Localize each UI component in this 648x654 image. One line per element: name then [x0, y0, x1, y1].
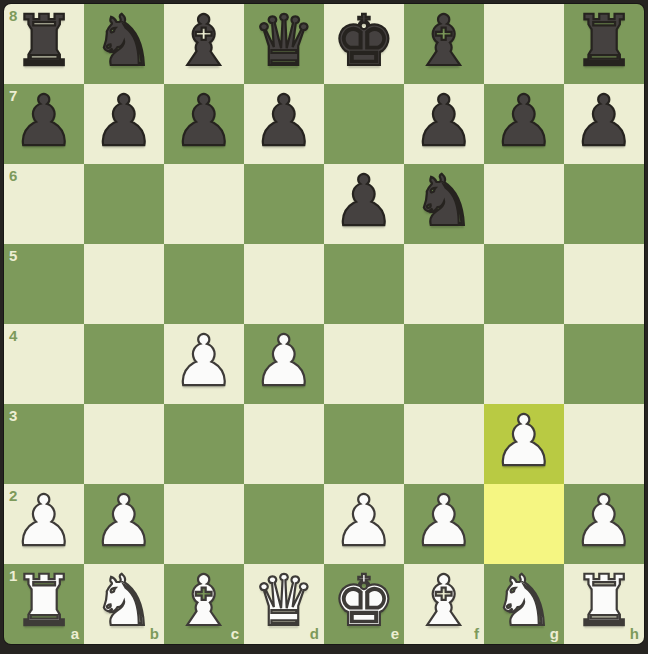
rank-label-6: 6	[9, 168, 17, 183]
square-f4[interactable]	[404, 324, 484, 404]
white-knight-g1[interactable]: ♞	[493, 566, 556, 636]
square-d7[interactable]: ♟	[244, 84, 324, 164]
rank-label-3: 3	[9, 408, 17, 423]
square-d8[interactable]: ♛	[244, 4, 324, 84]
black-pawn-d7[interactable]: ♟	[253, 86, 316, 156]
white-king-e1[interactable]: ♚	[333, 566, 396, 636]
square-b7[interactable]: ♟	[84, 84, 164, 164]
square-c7[interactable]: ♟	[164, 84, 244, 164]
square-d3[interactable]	[244, 404, 324, 484]
square-g6[interactable]	[484, 164, 564, 244]
square-a4[interactable]: 4	[4, 324, 84, 404]
white-pawn-e2[interactable]: ♟	[333, 486, 396, 556]
square-h8[interactable]: ♜	[564, 4, 644, 84]
white-pawn-d4[interactable]: ♟	[253, 326, 316, 396]
square-a7[interactable]: 7♟	[4, 84, 84, 164]
white-knight-b1[interactable]: ♞	[93, 566, 156, 636]
square-b3[interactable]	[84, 404, 164, 484]
black-pawn-g7[interactable]: ♟	[493, 86, 556, 156]
square-h3[interactable]	[564, 404, 644, 484]
square-e7[interactable]	[324, 84, 404, 164]
square-b5[interactable]	[84, 244, 164, 324]
white-rook-a1[interactable]: ♜	[13, 566, 76, 636]
square-a8[interactable]: 8♜	[4, 4, 84, 84]
square-d2[interactable]	[244, 484, 324, 564]
square-f3[interactable]	[404, 404, 484, 484]
square-e3[interactable]	[324, 404, 404, 484]
white-rook-h1[interactable]: ♜	[573, 566, 636, 636]
square-a2[interactable]: 2♟	[4, 484, 84, 564]
square-e6[interactable]: ♟	[324, 164, 404, 244]
square-c3[interactable]	[164, 404, 244, 484]
white-pawn-b2[interactable]: ♟	[93, 486, 156, 556]
square-c5[interactable]	[164, 244, 244, 324]
square-d4[interactable]: ♟	[244, 324, 324, 404]
square-a3[interactable]: 3	[4, 404, 84, 484]
black-rook-h8[interactable]: ♜	[573, 6, 636, 76]
white-pawn-f2[interactable]: ♟	[413, 486, 476, 556]
white-pawn-g3[interactable]: ♟	[493, 406, 556, 476]
black-rook-a8[interactable]: ♜	[13, 6, 76, 76]
square-g2[interactable]	[484, 484, 564, 564]
rank-label-4: 4	[9, 328, 17, 343]
square-e8[interactable]: ♚	[324, 4, 404, 84]
black-bishop-f8[interactable]: ♝	[413, 6, 476, 76]
square-g8[interactable]	[484, 4, 564, 84]
square-b2[interactable]: ♟	[84, 484, 164, 564]
square-b8[interactable]: ♞	[84, 4, 164, 84]
square-e1[interactable]: e♚	[324, 564, 404, 644]
square-e4[interactable]	[324, 324, 404, 404]
square-c4[interactable]: ♟	[164, 324, 244, 404]
white-pawn-c4[interactable]: ♟	[173, 326, 236, 396]
square-h7[interactable]: ♟	[564, 84, 644, 164]
square-d6[interactable]	[244, 164, 324, 244]
square-g3[interactable]: ♟	[484, 404, 564, 484]
white-pawn-a2[interactable]: ♟	[13, 486, 76, 556]
square-g1[interactable]: g♞	[484, 564, 564, 644]
white-bishop-c1[interactable]: ♝	[173, 566, 236, 636]
black-pawn-c7[interactable]: ♟	[173, 86, 236, 156]
black-pawn-b7[interactable]: ♟	[93, 86, 156, 156]
square-a6[interactable]: 6	[4, 164, 84, 244]
square-g4[interactable]	[484, 324, 564, 404]
square-a1[interactable]: 1a♜	[4, 564, 84, 644]
square-h6[interactable]	[564, 164, 644, 244]
square-f2[interactable]: ♟	[404, 484, 484, 564]
black-bishop-c8[interactable]: ♝	[173, 6, 236, 76]
black-knight-f6[interactable]: ♞	[413, 166, 476, 236]
square-d1[interactable]: d♛	[244, 564, 324, 644]
square-f6[interactable]: ♞	[404, 164, 484, 244]
black-pawn-h7[interactable]: ♟	[573, 86, 636, 156]
black-pawn-a7[interactable]: ♟	[13, 86, 76, 156]
square-h2[interactable]: ♟	[564, 484, 644, 564]
white-queen-d1[interactable]: ♛	[253, 566, 316, 636]
square-a5[interactable]: 5	[4, 244, 84, 324]
square-g5[interactable]	[484, 244, 564, 324]
black-knight-b8[interactable]: ♞	[93, 6, 156, 76]
square-h1[interactable]: h♜	[564, 564, 644, 644]
white-bishop-f1[interactable]: ♝	[413, 566, 476, 636]
rank-label-5: 5	[9, 248, 17, 263]
black-queen-d8[interactable]: ♛	[253, 6, 316, 76]
black-king-e8[interactable]: ♚	[333, 6, 396, 76]
white-pawn-h2[interactable]: ♟	[573, 486, 636, 556]
square-b6[interactable]	[84, 164, 164, 244]
square-f7[interactable]: ♟	[404, 84, 484, 164]
chess-board: 8♜♞♝♛♚♝♜7♟♟♟♟♟♟♟6♟♞54♟♟3♟2♟♟♟♟♟1a♜b♞c♝d♛…	[4, 4, 644, 644]
square-f5[interactable]	[404, 244, 484, 324]
square-e2[interactable]: ♟	[324, 484, 404, 564]
square-c1[interactable]: c♝	[164, 564, 244, 644]
square-h5[interactable]	[564, 244, 644, 324]
chess-app-background: 8♜♞♝♛♚♝♜7♟♟♟♟♟♟♟6♟♞54♟♟3♟2♟♟♟♟♟1a♜b♞c♝d♛…	[0, 0, 648, 654]
square-c8[interactable]: ♝	[164, 4, 244, 84]
square-f8[interactable]: ♝	[404, 4, 484, 84]
square-g7[interactable]: ♟	[484, 84, 564, 164]
square-b1[interactable]: b♞	[84, 564, 164, 644]
square-c2[interactable]	[164, 484, 244, 564]
black-pawn-e6[interactable]: ♟	[333, 166, 396, 236]
square-d5[interactable]	[244, 244, 324, 324]
square-f1[interactable]: f♝	[404, 564, 484, 644]
square-e5[interactable]	[324, 244, 404, 324]
square-h4[interactable]	[564, 324, 644, 404]
black-pawn-f7[interactable]: ♟	[413, 86, 476, 156]
square-c6[interactable]	[164, 164, 244, 244]
square-b4[interactable]	[84, 324, 164, 404]
